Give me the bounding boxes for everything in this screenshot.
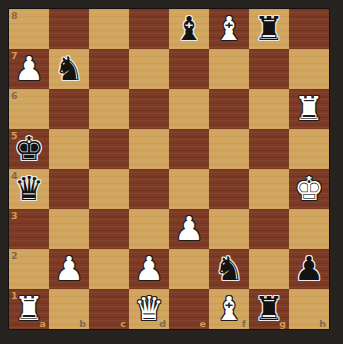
square-d4[interactable] — [129, 169, 169, 209]
square-e1[interactable]: e — [169, 289, 209, 329]
square-h5[interactable] — [289, 129, 329, 169]
square-h1[interactable]: h — [289, 289, 329, 329]
square-g2[interactable] — [249, 249, 289, 289]
piece-white-pawn[interactable]: ♟ — [9, 49, 49, 89]
piece-black-rook[interactable]: ♜ — [249, 9, 289, 49]
square-f3[interactable] — [209, 209, 249, 249]
square-b3[interactable] — [49, 209, 89, 249]
chess-board: 8♝♝♜7♟♞6♜5♚4♛♚3♟2♟♟♞♟1a♜bcd♛ef♝g♜h — [9, 9, 329, 329]
square-d7[interactable] — [129, 49, 169, 89]
piece-black-king[interactable]: ♚ — [9, 129, 49, 169]
square-f5[interactable] — [209, 129, 249, 169]
board-frame: { "game": "chess", "position": { "fen": … — [0, 0, 343, 344]
rank-label-8: 8 — [11, 10, 18, 21]
square-b7[interactable]: ♞ — [49, 49, 89, 89]
piece-white-bishop[interactable]: ♝ — [209, 9, 249, 49]
square-e6[interactable] — [169, 89, 209, 129]
piece-white-king[interactable]: ♚ — [289, 169, 329, 209]
square-b2[interactable]: ♟ — [49, 249, 89, 289]
file-label-c: c — [120, 318, 126, 329]
piece-black-knight[interactable]: ♞ — [209, 249, 249, 289]
square-f8[interactable]: ♝ — [209, 9, 249, 49]
square-d3[interactable] — [129, 209, 169, 249]
square-g7[interactable] — [249, 49, 289, 89]
piece-black-rook[interactable]: ♜ — [249, 289, 289, 329]
square-a2[interactable]: 2 — [9, 249, 49, 289]
file-label-e: e — [200, 318, 206, 329]
square-e4[interactable] — [169, 169, 209, 209]
square-b8[interactable] — [49, 9, 89, 49]
square-d5[interactable] — [129, 129, 169, 169]
square-g4[interactable] — [249, 169, 289, 209]
square-a5[interactable]: 5♚ — [9, 129, 49, 169]
piece-white-queen[interactable]: ♛ — [129, 289, 169, 329]
piece-white-rook[interactable]: ♜ — [9, 289, 49, 329]
square-a4[interactable]: 4♛ — [9, 169, 49, 209]
square-h2[interactable]: ♟ — [289, 249, 329, 289]
piece-white-rook[interactable]: ♜ — [289, 89, 329, 129]
square-f2[interactable]: ♞ — [209, 249, 249, 289]
piece-black-pawn[interactable]: ♟ — [289, 249, 329, 289]
square-d1[interactable]: d♛ — [129, 289, 169, 329]
square-g1[interactable]: g♜ — [249, 289, 289, 329]
square-h3[interactable] — [289, 209, 329, 249]
square-b4[interactable] — [49, 169, 89, 209]
square-b6[interactable] — [49, 89, 89, 129]
square-c6[interactable] — [89, 89, 129, 129]
file-label-b: b — [79, 318, 86, 329]
square-c4[interactable] — [89, 169, 129, 209]
square-c3[interactable] — [89, 209, 129, 249]
piece-black-bishop[interactable]: ♝ — [169, 9, 209, 49]
square-a3[interactable]: 3 — [9, 209, 49, 249]
square-f7[interactable] — [209, 49, 249, 89]
piece-black-queen[interactable]: ♛ — [9, 169, 49, 209]
piece-white-bishop[interactable]: ♝ — [209, 289, 249, 329]
square-h4[interactable]: ♚ — [289, 169, 329, 209]
piece-black-knight[interactable]: ♞ — [49, 49, 89, 89]
square-g8[interactable]: ♜ — [249, 9, 289, 49]
square-c7[interactable] — [89, 49, 129, 89]
piece-white-pawn[interactable]: ♟ — [169, 209, 209, 249]
square-h7[interactable] — [289, 49, 329, 89]
rank-label-3: 3 — [11, 210, 18, 221]
square-f6[interactable] — [209, 89, 249, 129]
square-e2[interactable] — [169, 249, 209, 289]
square-e7[interactable] — [169, 49, 209, 89]
square-h6[interactable]: ♜ — [289, 89, 329, 129]
rank-label-6: 6 — [11, 90, 18, 101]
square-e5[interactable] — [169, 129, 209, 169]
square-d2[interactable]: ♟ — [129, 249, 169, 289]
piece-white-pawn[interactable]: ♟ — [49, 249, 89, 289]
square-a7[interactable]: 7♟ — [9, 49, 49, 89]
square-a6[interactable]: 6 — [9, 89, 49, 129]
square-c1[interactable]: c — [89, 289, 129, 329]
square-c2[interactable] — [89, 249, 129, 289]
square-f1[interactable]: f♝ — [209, 289, 249, 329]
square-g5[interactable] — [249, 129, 289, 169]
square-d6[interactable] — [129, 89, 169, 129]
square-e8[interactable]: ♝ — [169, 9, 209, 49]
square-d8[interactable] — [129, 9, 169, 49]
square-b1[interactable]: b — [49, 289, 89, 329]
square-c8[interactable] — [89, 9, 129, 49]
file-label-h: h — [319, 318, 326, 329]
rank-label-2: 2 — [11, 250, 18, 261]
square-b5[interactable] — [49, 129, 89, 169]
square-h8[interactable] — [289, 9, 329, 49]
square-c5[interactable] — [89, 129, 129, 169]
square-a8[interactable]: 8 — [9, 9, 49, 49]
piece-white-pawn[interactable]: ♟ — [129, 249, 169, 289]
square-a1[interactable]: 1a♜ — [9, 289, 49, 329]
square-e3[interactable]: ♟ — [169, 209, 209, 249]
square-g3[interactable] — [249, 209, 289, 249]
square-g6[interactable] — [249, 89, 289, 129]
square-f4[interactable] — [209, 169, 249, 209]
